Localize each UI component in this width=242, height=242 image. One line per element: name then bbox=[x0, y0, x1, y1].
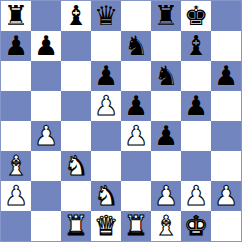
black-pawn-piece[interactable]: ♟ bbox=[181, 91, 211, 121]
square-g4[interactable] bbox=[181, 121, 211, 151]
square-f7[interactable] bbox=[151, 31, 181, 61]
square-f5[interactable] bbox=[151, 91, 181, 121]
square-d3[interactable] bbox=[91, 151, 121, 181]
square-g1[interactable]: ♚ bbox=[181, 211, 211, 241]
black-rook-piece[interactable]: ♜ bbox=[1, 1, 31, 31]
square-a2[interactable]: ♟ bbox=[1, 181, 31, 211]
white-pawn-piece[interactable]: ♟ bbox=[181, 181, 211, 211]
square-f4[interactable]: ♟ bbox=[151, 121, 181, 151]
square-e7[interactable]: ♞ bbox=[121, 31, 151, 61]
white-pawn-piece[interactable]: ♟ bbox=[121, 121, 151, 151]
square-f6[interactable]: ♞ bbox=[151, 61, 181, 91]
black-pawn-piece[interactable]: ♟ bbox=[121, 91, 151, 121]
square-f2[interactable]: ♟ bbox=[151, 181, 181, 211]
black-pawn-piece[interactable]: ♟ bbox=[31, 31, 61, 61]
black-bishop-piece[interactable]: ♝ bbox=[61, 1, 91, 31]
square-c4[interactable] bbox=[61, 121, 91, 151]
square-e3[interactable] bbox=[121, 151, 151, 181]
white-knight-piece[interactable]: ♞ bbox=[91, 181, 121, 211]
square-b3[interactable] bbox=[31, 151, 61, 181]
white-pawn-piece[interactable]: ♟ bbox=[91, 91, 121, 121]
square-d8[interactable]: ♛ bbox=[91, 1, 121, 31]
square-g8[interactable]: ♚ bbox=[181, 1, 211, 31]
square-f3[interactable] bbox=[151, 151, 181, 181]
square-g7[interactable]: ♝ bbox=[181, 31, 211, 61]
square-h5[interactable] bbox=[211, 91, 241, 121]
square-a1[interactable] bbox=[1, 211, 31, 241]
square-a8[interactable]: ♜ bbox=[1, 1, 31, 31]
square-h1[interactable] bbox=[211, 211, 241, 241]
square-d4[interactable] bbox=[91, 121, 121, 151]
square-c7[interactable] bbox=[61, 31, 91, 61]
white-bishop-piece[interactable]: ♝ bbox=[1, 151, 31, 181]
square-a3[interactable]: ♝ bbox=[1, 151, 31, 181]
black-pawn-piece[interactable]: ♟ bbox=[91, 61, 121, 91]
square-f1[interactable]: ♝ bbox=[151, 211, 181, 241]
square-d7[interactable] bbox=[91, 31, 121, 61]
square-h3[interactable] bbox=[211, 151, 241, 181]
square-c6[interactable] bbox=[61, 61, 91, 91]
white-bishop-piece[interactable]: ♝ bbox=[151, 211, 181, 241]
black-pawn-piece[interactable]: ♟ bbox=[1, 31, 31, 61]
square-c3[interactable]: ♞ bbox=[61, 151, 91, 181]
square-c2[interactable] bbox=[61, 181, 91, 211]
square-e4[interactable]: ♟ bbox=[121, 121, 151, 151]
square-h4[interactable] bbox=[211, 121, 241, 151]
square-g5[interactable]: ♟ bbox=[181, 91, 211, 121]
square-a4[interactable] bbox=[1, 121, 31, 151]
square-b6[interactable] bbox=[31, 61, 61, 91]
square-d1[interactable]: ♛ bbox=[91, 211, 121, 241]
white-queen-piece[interactable]: ♛ bbox=[91, 211, 121, 241]
square-e5[interactable]: ♟ bbox=[121, 91, 151, 121]
square-a5[interactable] bbox=[1, 91, 31, 121]
square-h7[interactable] bbox=[211, 31, 241, 61]
square-c5[interactable] bbox=[61, 91, 91, 121]
square-b1[interactable] bbox=[31, 211, 61, 241]
black-bishop-piece[interactable]: ♝ bbox=[181, 31, 211, 61]
square-e1[interactable]: ♜ bbox=[121, 211, 151, 241]
square-h6[interactable]: ♟ bbox=[211, 61, 241, 91]
white-knight-piece[interactable]: ♞ bbox=[61, 151, 91, 181]
square-a7[interactable]: ♟ bbox=[1, 31, 31, 61]
white-rook-piece[interactable]: ♜ bbox=[121, 211, 151, 241]
square-g3[interactable] bbox=[181, 151, 211, 181]
square-d2[interactable]: ♞ bbox=[91, 181, 121, 211]
square-b4[interactable]: ♟ bbox=[31, 121, 61, 151]
square-h2[interactable]: ♟ bbox=[211, 181, 241, 211]
white-rook-piece[interactable]: ♜ bbox=[61, 211, 91, 241]
square-b8[interactable] bbox=[31, 1, 61, 31]
black-knight-piece[interactable]: ♞ bbox=[121, 31, 151, 61]
square-b5[interactable] bbox=[31, 91, 61, 121]
square-e2[interactable] bbox=[121, 181, 151, 211]
square-e8[interactable] bbox=[121, 1, 151, 31]
black-rook-piece[interactable]: ♜ bbox=[151, 1, 181, 31]
square-g6[interactable] bbox=[181, 61, 211, 91]
square-d6[interactable]: ♟ bbox=[91, 61, 121, 91]
black-knight-piece[interactable]: ♞ bbox=[151, 61, 181, 91]
black-queen-piece[interactable]: ♛ bbox=[91, 1, 121, 31]
square-h8[interactable] bbox=[211, 1, 241, 31]
black-pawn-piece[interactable]: ♟ bbox=[151, 121, 181, 151]
white-king-piece[interactable]: ♚ bbox=[181, 211, 211, 241]
white-pawn-piece[interactable]: ♟ bbox=[1, 181, 31, 211]
black-king-piece[interactable]: ♚ bbox=[181, 1, 211, 31]
square-d5[interactable]: ♟ bbox=[91, 91, 121, 121]
square-f8[interactable]: ♜ bbox=[151, 1, 181, 31]
black-pawn-piece[interactable]: ♟ bbox=[211, 61, 241, 91]
white-pawn-piece[interactable]: ♟ bbox=[211, 181, 241, 211]
chess-board: ♜♝♛♜♚♟♟♞♝♟♞♟♟♟♟♟♟♟♝♞♟♞♟♟♟♜♛♜♝♚ bbox=[0, 0, 242, 242]
white-pawn-piece[interactable]: ♟ bbox=[151, 181, 181, 211]
square-b2[interactable] bbox=[31, 181, 61, 211]
square-g2[interactable]: ♟ bbox=[181, 181, 211, 211]
square-b7[interactable]: ♟ bbox=[31, 31, 61, 61]
white-pawn-piece[interactable]: ♟ bbox=[31, 121, 61, 151]
square-c1[interactable]: ♜ bbox=[61, 211, 91, 241]
square-a6[interactable] bbox=[1, 61, 31, 91]
square-c8[interactable]: ♝ bbox=[61, 1, 91, 31]
square-e6[interactable] bbox=[121, 61, 151, 91]
